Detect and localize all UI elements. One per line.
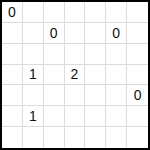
cell-r6c5[interactable] — [106, 127, 127, 148]
cell-r6c0[interactable] — [2, 127, 23, 148]
cell-r5c1-clue: 1 — [23, 106, 44, 127]
cell-r5c6[interactable] — [127, 106, 148, 127]
cell-r2c1[interactable] — [23, 44, 44, 65]
cell-r6c2[interactable] — [44, 127, 65, 148]
cell-r4c2[interactable] — [44, 85, 65, 106]
cell-r1c2-clue: 0 — [44, 23, 65, 44]
cell-r1c1[interactable] — [23, 23, 44, 44]
cell-r6c1[interactable] — [23, 127, 44, 148]
cell-r2c2[interactable] — [44, 44, 65, 65]
cell-r0c4[interactable] — [85, 2, 106, 23]
cell-r5c4[interactable] — [85, 106, 106, 127]
cell-r2c4[interactable] — [85, 44, 106, 65]
cell-r6c4[interactable] — [85, 127, 106, 148]
cell-r2c3[interactable] — [65, 44, 86, 65]
cell-r4c6-clue: 0 — [127, 85, 148, 106]
cell-r3c0[interactable] — [2, 65, 23, 86]
cell-r1c4[interactable] — [85, 23, 106, 44]
cell-r5c0[interactable] — [2, 106, 23, 127]
cell-r1c6[interactable] — [127, 23, 148, 44]
cell-r4c4[interactable] — [85, 85, 106, 106]
cell-r1c3[interactable] — [65, 23, 86, 44]
cell-r3c5[interactable] — [106, 65, 127, 86]
cell-r4c5[interactable] — [106, 85, 127, 106]
cell-r3c2[interactable] — [44, 65, 65, 86]
cell-r0c1[interactable] — [23, 2, 44, 23]
cell-r6c3[interactable] — [65, 127, 86, 148]
cell-r1c5-clue: 0 — [106, 23, 127, 44]
cell-r0c2[interactable] — [44, 2, 65, 23]
cell-r0c6[interactable] — [127, 2, 148, 23]
puzzle-board: 0001201 — [0, 0, 150, 150]
cell-r4c3[interactable] — [65, 85, 86, 106]
cell-r2c5[interactable] — [106, 44, 127, 65]
cell-r3c3-clue: 2 — [65, 65, 86, 86]
cell-r2c0[interactable] — [2, 44, 23, 65]
cell-r5c5[interactable] — [106, 106, 127, 127]
cell-r4c1[interactable] — [23, 85, 44, 106]
cell-r0c0-clue: 0 — [2, 2, 23, 23]
cell-r1c0[interactable] — [2, 23, 23, 44]
cell-r6c6[interactable] — [127, 127, 148, 148]
cell-r3c6[interactable] — [127, 65, 148, 86]
cell-r3c4[interactable] — [85, 65, 106, 86]
cell-r4c0[interactable] — [2, 85, 23, 106]
cell-r2c6[interactable] — [127, 44, 148, 65]
cell-r0c5[interactable] — [106, 2, 127, 23]
cell-r5c3[interactable] — [65, 106, 86, 127]
cell-r0c3[interactable] — [65, 2, 86, 23]
cell-r5c2[interactable] — [44, 106, 65, 127]
cell-r3c1-clue: 1 — [23, 65, 44, 86]
